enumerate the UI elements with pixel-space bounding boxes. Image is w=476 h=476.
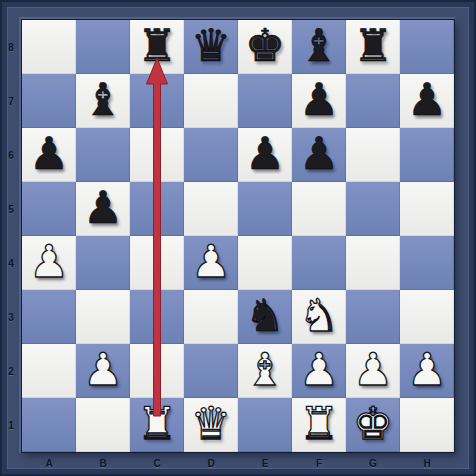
square-f6[interactable]: ♟ bbox=[292, 128, 346, 182]
square-e4[interactable] bbox=[238, 236, 292, 290]
square-g3[interactable] bbox=[346, 290, 400, 344]
black-queen-d8[interactable]: ♛ bbox=[184, 19, 238, 73]
square-d5[interactable] bbox=[184, 182, 238, 236]
white-pawn-h2[interactable]: ♟ bbox=[400, 343, 454, 397]
rank-label-7: 7 bbox=[0, 74, 22, 128]
square-h3[interactable] bbox=[400, 290, 454, 344]
white-knight-f3[interactable]: ♞ bbox=[292, 289, 346, 343]
square-d2[interactable] bbox=[184, 344, 238, 398]
rank-label-8: 8 bbox=[0, 20, 22, 74]
square-h1[interactable] bbox=[400, 398, 454, 452]
white-king-g1[interactable]: ♚ bbox=[346, 397, 400, 451]
square-a2[interactable] bbox=[22, 344, 76, 398]
square-f4[interactable] bbox=[292, 236, 346, 290]
square-e8[interactable]: ♚ bbox=[238, 20, 292, 74]
square-h4[interactable] bbox=[400, 236, 454, 290]
square-h2[interactable]: ♟ bbox=[400, 344, 454, 398]
square-d7[interactable] bbox=[184, 74, 238, 128]
black-king-e8[interactable]: ♚ bbox=[238, 19, 292, 73]
black-pawn-e6[interactable]: ♟ bbox=[238, 127, 292, 181]
square-e6[interactable]: ♟ bbox=[238, 128, 292, 182]
square-c6[interactable] bbox=[130, 128, 184, 182]
file-label-e: E bbox=[238, 452, 292, 474]
white-pawn-d4[interactable]: ♟ bbox=[184, 235, 238, 289]
file-label-a: A bbox=[22, 452, 76, 474]
white-rook-c1[interactable]: ♜ bbox=[130, 397, 184, 451]
white-pawn-a4[interactable]: ♟ bbox=[22, 235, 76, 289]
square-g2[interactable]: ♟ bbox=[346, 344, 400, 398]
square-e3[interactable]: ♞ bbox=[238, 290, 292, 344]
square-e5[interactable] bbox=[238, 182, 292, 236]
square-f1[interactable]: ♜ bbox=[292, 398, 346, 452]
file-label-f: F bbox=[292, 452, 346, 474]
black-pawn-h7[interactable]: ♟ bbox=[400, 73, 454, 127]
square-e1[interactable] bbox=[238, 398, 292, 452]
square-b2[interactable]: ♟ bbox=[76, 344, 130, 398]
black-pawn-a6[interactable]: ♟ bbox=[22, 127, 76, 181]
square-c4[interactable] bbox=[130, 236, 184, 290]
square-b8[interactable] bbox=[76, 20, 130, 74]
square-d3[interactable] bbox=[184, 290, 238, 344]
rank-label-1: 1 bbox=[0, 398, 22, 452]
square-b1[interactable] bbox=[76, 398, 130, 452]
white-pawn-f2[interactable]: ♟ bbox=[292, 343, 346, 397]
square-g1[interactable]: ♚ bbox=[346, 398, 400, 452]
square-a3[interactable] bbox=[22, 290, 76, 344]
square-c2[interactable] bbox=[130, 344, 184, 398]
file-label-h: H bbox=[400, 452, 454, 474]
square-b3[interactable] bbox=[76, 290, 130, 344]
square-e2[interactable]: ♝ bbox=[238, 344, 292, 398]
file-label-g: G bbox=[346, 452, 400, 474]
square-c8[interactable]: ♜ bbox=[130, 20, 184, 74]
file-labels: ABCDEFGH bbox=[22, 452, 454, 474]
square-b7[interactable]: ♝ bbox=[76, 74, 130, 128]
square-d6[interactable] bbox=[184, 128, 238, 182]
square-g8[interactable]: ♜ bbox=[346, 20, 400, 74]
black-rook-g8[interactable]: ♜ bbox=[346, 19, 400, 73]
square-a1[interactable] bbox=[22, 398, 76, 452]
black-bishop-b7[interactable]: ♝ bbox=[76, 73, 130, 127]
square-g5[interactable] bbox=[346, 182, 400, 236]
square-b6[interactable] bbox=[76, 128, 130, 182]
square-c7[interactable] bbox=[130, 74, 184, 128]
square-a4[interactable]: ♟ bbox=[22, 236, 76, 290]
file-label-c: C bbox=[130, 452, 184, 474]
square-f2[interactable]: ♟ bbox=[292, 344, 346, 398]
square-c5[interactable] bbox=[130, 182, 184, 236]
rank-label-6: 6 bbox=[0, 128, 22, 182]
square-f3[interactable]: ♞ bbox=[292, 290, 346, 344]
board-frame: 87654321 ♜♛♚♝♜♝♟♟♟♟♟♟♟♟♞♞♟♝♟♟♟♜♛♜♚ ABCDE… bbox=[0, 0, 476, 476]
white-queen-d1[interactable]: ♛ bbox=[184, 397, 238, 451]
square-a8[interactable] bbox=[22, 20, 76, 74]
black-pawn-f6[interactable]: ♟ bbox=[292, 127, 346, 181]
square-g6[interactable] bbox=[346, 128, 400, 182]
white-rook-f1[interactable]: ♜ bbox=[292, 397, 346, 451]
black-rook-c8[interactable]: ♜ bbox=[130, 19, 184, 73]
square-h5[interactable] bbox=[400, 182, 454, 236]
white-pawn-g2[interactable]: ♟ bbox=[346, 343, 400, 397]
square-f8[interactable]: ♝ bbox=[292, 20, 346, 74]
square-h8[interactable] bbox=[400, 20, 454, 74]
rank-labels: 87654321 bbox=[0, 20, 22, 452]
black-pawn-b5[interactable]: ♟ bbox=[76, 181, 130, 235]
chess-board: ♜♛♚♝♜♝♟♟♟♟♟♟♟♟♞♞♟♝♟♟♟♜♛♜♚ bbox=[22, 20, 454, 452]
square-c3[interactable] bbox=[130, 290, 184, 344]
file-label-b: B bbox=[76, 452, 130, 474]
rank-label-3: 3 bbox=[0, 290, 22, 344]
square-d4[interactable]: ♟ bbox=[184, 236, 238, 290]
square-a5[interactable] bbox=[22, 182, 76, 236]
square-a7[interactable] bbox=[22, 74, 76, 128]
square-e7[interactable] bbox=[238, 74, 292, 128]
rank-label-4: 4 bbox=[0, 236, 22, 290]
rank-label-2: 2 bbox=[0, 344, 22, 398]
square-h7[interactable]: ♟ bbox=[400, 74, 454, 128]
square-h6[interactable] bbox=[400, 128, 454, 182]
square-b4[interactable] bbox=[76, 236, 130, 290]
white-pawn-b2[interactable]: ♟ bbox=[76, 343, 130, 397]
file-label-d: D bbox=[184, 452, 238, 474]
square-g7[interactable] bbox=[346, 74, 400, 128]
square-g4[interactable] bbox=[346, 236, 400, 290]
rank-label-5: 5 bbox=[0, 182, 22, 236]
square-d1[interactable]: ♛ bbox=[184, 398, 238, 452]
square-f5[interactable] bbox=[292, 182, 346, 236]
black-pawn-f7[interactable]: ♟ bbox=[292, 73, 346, 127]
square-a6[interactable]: ♟ bbox=[22, 128, 76, 182]
black-bishop-f8[interactable]: ♝ bbox=[292, 19, 346, 73]
square-b5[interactable]: ♟ bbox=[76, 182, 130, 236]
black-knight-e3[interactable]: ♞ bbox=[238, 289, 292, 343]
square-c1[interactable]: ♜ bbox=[130, 398, 184, 452]
white-bishop-e2[interactable]: ♝ bbox=[238, 343, 292, 397]
square-f7[interactable]: ♟ bbox=[292, 74, 346, 128]
square-d8[interactable]: ♛ bbox=[184, 20, 238, 74]
